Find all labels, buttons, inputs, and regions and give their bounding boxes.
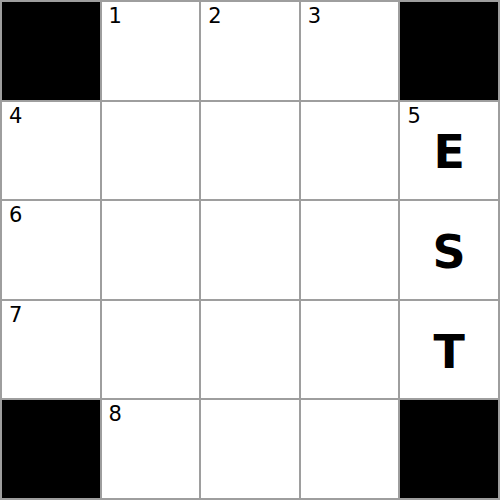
- crossword-cell-r0c2[interactable]: 2: [201, 2, 299, 100]
- clue-number-3: 3: [308, 5, 321, 28]
- crossword-cell-r0c1[interactable]: 1: [102, 2, 200, 100]
- block-cell-r0c0: [2, 2, 100, 100]
- crossword-cell-r1c0[interactable]: 4: [2, 102, 100, 200]
- crossword-cell-r2c3[interactable]: [301, 201, 399, 299]
- clue-number-7: 7: [9, 304, 22, 327]
- crossword-cell-r2c0[interactable]: 6: [2, 201, 100, 299]
- clue-number-6: 6: [9, 204, 22, 227]
- crossword-cell-r1c1[interactable]: [102, 102, 200, 200]
- crossword-cell-r3c2[interactable]: [201, 301, 299, 399]
- filled-letter-E: E: [433, 125, 464, 179]
- clue-number-2: 2: [208, 5, 221, 28]
- crossword-cell-r2c4[interactable]: S: [400, 201, 498, 299]
- clue-number-5: 5: [407, 105, 420, 128]
- filled-letter-S: S: [433, 225, 466, 279]
- filled-letter-T: T: [433, 325, 464, 379]
- clue-number-1: 1: [109, 5, 122, 28]
- crossword-cell-r1c3[interactable]: [301, 102, 399, 200]
- block-cell-r0c4: [400, 2, 498, 100]
- crossword-cell-r3c4[interactable]: T: [400, 301, 498, 399]
- crossword-cell-r1c4[interactable]: 5E: [400, 102, 498, 200]
- clue-number-8: 8: [109, 403, 122, 426]
- block-cell-r4c4: [400, 400, 498, 498]
- clue-number-4: 4: [9, 105, 22, 128]
- block-cell-r4c0: [2, 400, 100, 498]
- crossword-cell-r2c1[interactable]: [102, 201, 200, 299]
- crossword-grid: 12345E6S7T8: [0, 0, 500, 500]
- crossword-cell-r0c3[interactable]: 3: [301, 2, 399, 100]
- crossword-cell-r3c1[interactable]: [102, 301, 200, 399]
- crossword-cell-r4c3[interactable]: [301, 400, 399, 498]
- crossword-cell-r1c2[interactable]: [201, 102, 299, 200]
- crossword-cell-r3c3[interactable]: [301, 301, 399, 399]
- crossword-cell-r4c2[interactable]: [201, 400, 299, 498]
- crossword-cell-r2c2[interactable]: [201, 201, 299, 299]
- crossword-cell-r4c1[interactable]: 8: [102, 400, 200, 498]
- crossword-cell-r3c0[interactable]: 7: [2, 301, 100, 399]
